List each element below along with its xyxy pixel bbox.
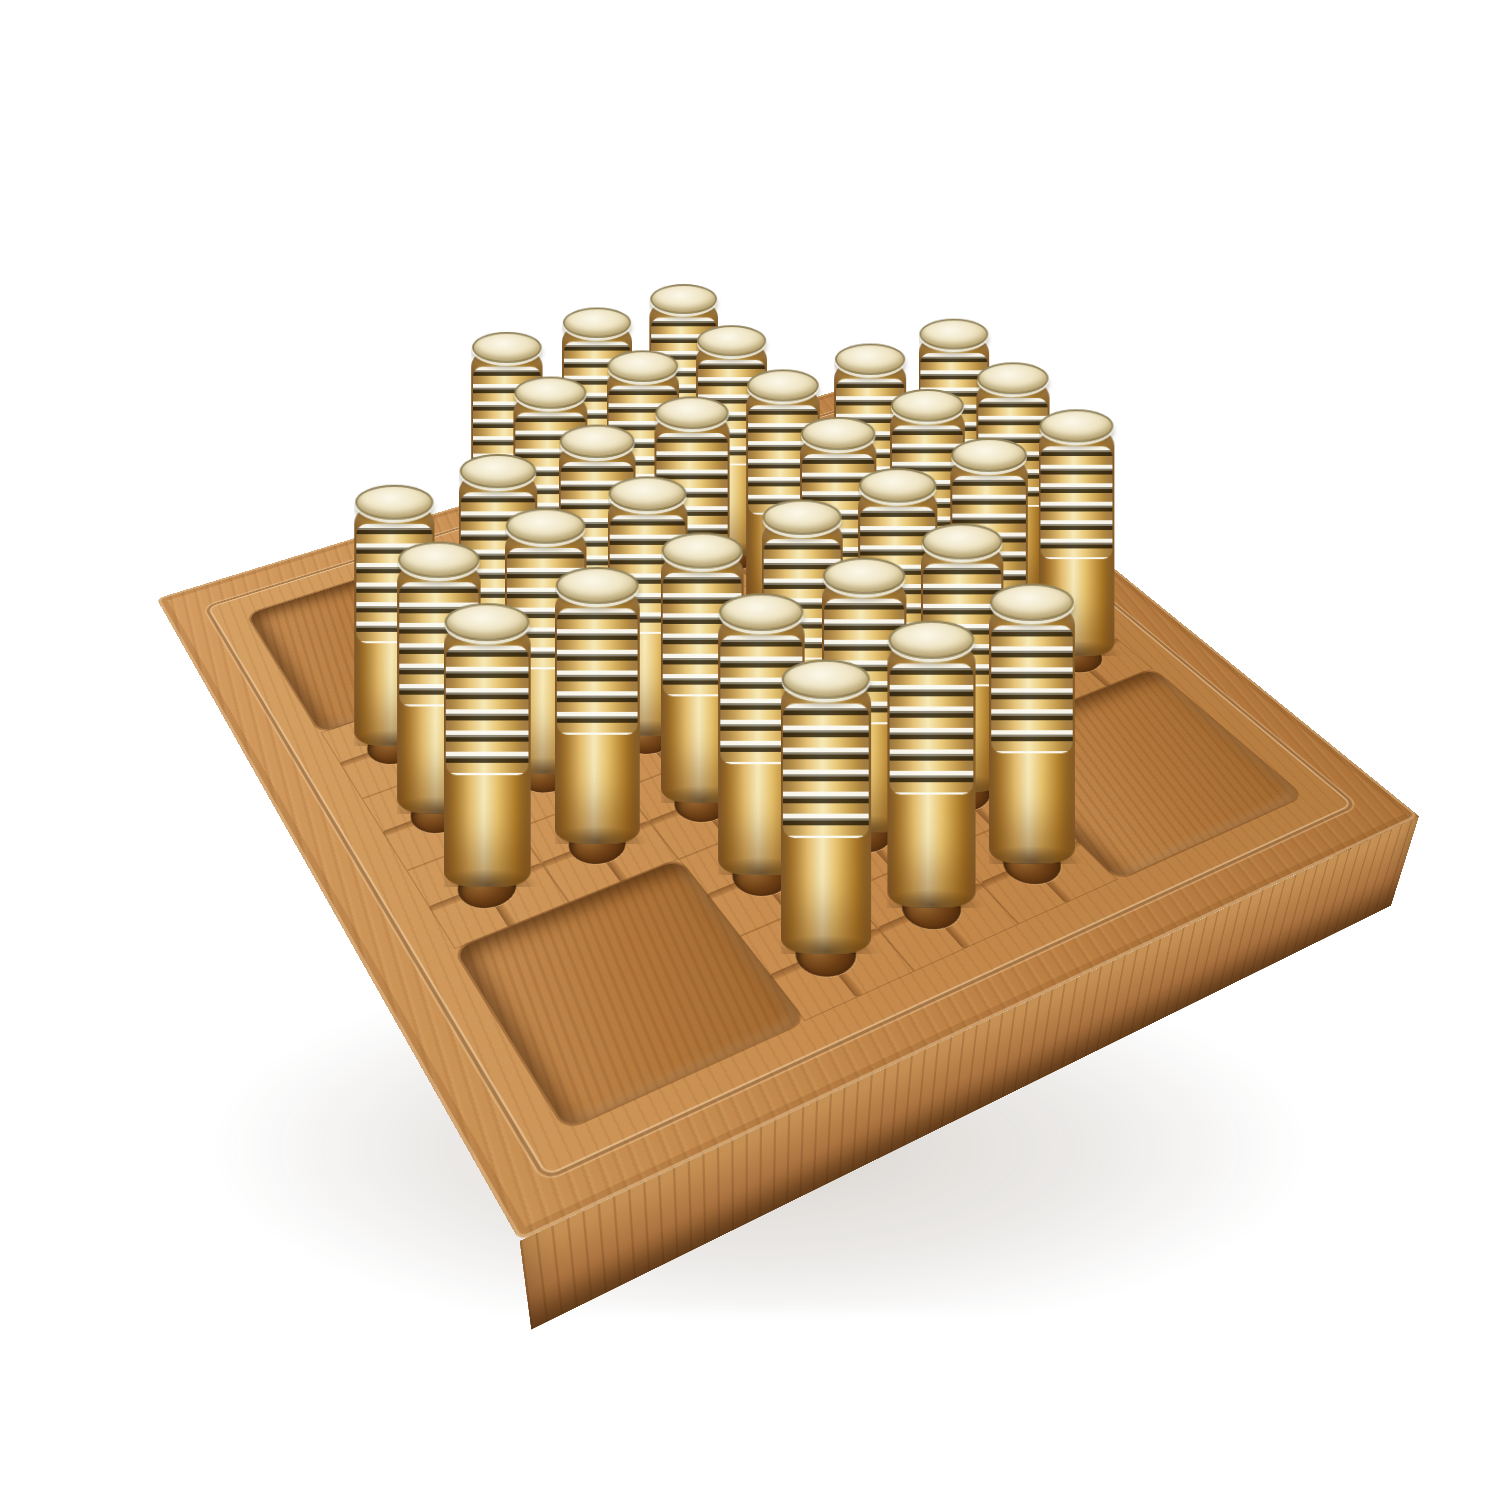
peg-cap <box>1040 409 1114 442</box>
peg-cap <box>889 621 975 659</box>
peg-cap <box>922 523 1002 559</box>
peg-cap <box>919 319 988 350</box>
peg-cap <box>801 417 875 450</box>
peg-ring-grooves <box>557 608 638 734</box>
peg-cap <box>556 567 639 604</box>
peg-e7[interactable] <box>989 568 1075 863</box>
peg-ring-grooves <box>991 625 1073 753</box>
peg-cap <box>977 362 1048 394</box>
peg-ring-grooves <box>890 663 974 794</box>
peg-cap <box>398 542 479 578</box>
peg-cap <box>560 425 635 458</box>
peg-cap <box>697 325 766 356</box>
peg-cap <box>355 485 433 520</box>
peg-a5[interactable] <box>444 587 531 886</box>
peg-cap <box>859 468 936 503</box>
peg-cap <box>747 369 819 401</box>
peg-cap <box>655 396 728 429</box>
peg-cap <box>951 438 1027 472</box>
peg-cap <box>650 284 717 314</box>
peg-ring-grooves <box>446 646 529 776</box>
peg-cap <box>719 593 803 631</box>
peg-cap <box>662 532 743 568</box>
peg-c7[interactable] <box>781 643 871 954</box>
peg-cap <box>823 558 905 595</box>
peg-d7[interactable] <box>887 605 975 908</box>
peg-cap <box>460 454 536 488</box>
peg-cap <box>609 476 687 511</box>
peg-cap <box>990 584 1074 621</box>
peg-cap <box>472 332 542 363</box>
peg-cap <box>445 603 530 641</box>
peg-cap <box>514 377 586 409</box>
peg-cap <box>763 500 842 535</box>
peg-cap <box>782 659 870 698</box>
peg-cap <box>835 344 905 375</box>
peg-ring-grooves <box>783 704 869 838</box>
peg-cap <box>506 508 586 544</box>
peg-cap <box>608 350 679 382</box>
peg-cap <box>563 308 631 338</box>
peg-b5[interactable] <box>555 552 640 844</box>
peg-ring-grooves <box>1040 446 1112 559</box>
peg-cap <box>891 389 964 422</box>
